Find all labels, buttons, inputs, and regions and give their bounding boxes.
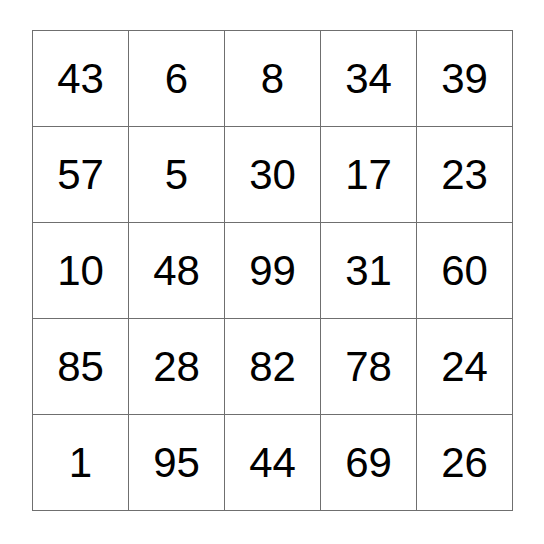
grid-cell-r5c2: 95 bbox=[129, 415, 224, 510]
grid-cell-r5c3: 44 bbox=[225, 415, 320, 510]
grid-cell-r3c3: 99 bbox=[225, 223, 320, 318]
grid-cell-r4c3: 82 bbox=[225, 319, 320, 414]
grid-cell-r2c1: 57 bbox=[33, 127, 128, 222]
grid-cell-r1c3: 8 bbox=[225, 31, 320, 126]
grid-cell-r2c2: 5 bbox=[129, 127, 224, 222]
grid-cell-r2c3: 30 bbox=[225, 127, 320, 222]
grid-cell-r4c2: 28 bbox=[129, 319, 224, 414]
grid-cell-r1c2: 6 bbox=[129, 31, 224, 126]
grid-cell-r4c1: 85 bbox=[33, 319, 128, 414]
grid-cell-r1c1: 43 bbox=[33, 31, 128, 126]
bingo-board: 4368343957530172310489931608528827824195… bbox=[32, 30, 513, 511]
grid-cell-r4c5: 24 bbox=[417, 319, 512, 414]
grid-cell-r4c4: 78 bbox=[321, 319, 416, 414]
grid-cell-r3c2: 48 bbox=[129, 223, 224, 318]
grid-cell-r2c4: 17 bbox=[321, 127, 416, 222]
grid-cell-r5c4: 69 bbox=[321, 415, 416, 510]
grid-cell-r2c5: 23 bbox=[417, 127, 512, 222]
grid-cell-r5c1: 1 bbox=[33, 415, 128, 510]
grid-cell-r1c4: 34 bbox=[321, 31, 416, 126]
grid-cell-r3c1: 10 bbox=[33, 223, 128, 318]
page: 4368343957530172310489931608528827824195… bbox=[0, 0, 544, 544]
grid-cell-r3c5: 60 bbox=[417, 223, 512, 318]
grid-cell-r1c5: 39 bbox=[417, 31, 512, 126]
grid-cell-r5c5: 26 bbox=[417, 415, 512, 510]
grid-cell-r3c4: 31 bbox=[321, 223, 416, 318]
